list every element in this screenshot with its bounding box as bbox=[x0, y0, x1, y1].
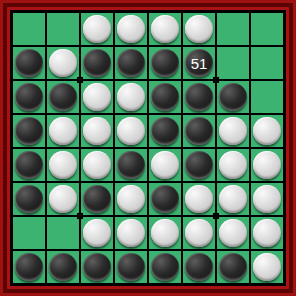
cell-h2[interactable] bbox=[250, 46, 284, 80]
black-disc-a8 bbox=[15, 253, 43, 281]
white-disc-f1 bbox=[185, 15, 213, 43]
cell-d4[interactable] bbox=[114, 114, 148, 148]
white-disc-c4 bbox=[83, 117, 111, 145]
cell-b7[interactable] bbox=[46, 216, 80, 250]
cell-e1[interactable] bbox=[148, 12, 182, 46]
white-disc-c1 bbox=[83, 15, 111, 43]
cell-b2[interactable] bbox=[46, 46, 80, 80]
white-disc-d1 bbox=[117, 15, 145, 43]
cell-f8[interactable] bbox=[182, 250, 216, 284]
black-disc-b8 bbox=[49, 253, 77, 281]
cell-a8[interactable] bbox=[12, 250, 46, 284]
cell-c3[interactable] bbox=[80, 80, 114, 114]
star-point bbox=[77, 77, 83, 83]
black-disc-c8 bbox=[83, 253, 111, 281]
cell-h1[interactable] bbox=[250, 12, 284, 46]
cell-b3[interactable] bbox=[46, 80, 80, 114]
black-disc-f3 bbox=[185, 83, 213, 111]
black-disc-a6 bbox=[15, 185, 43, 213]
cell-c5[interactable] bbox=[80, 148, 114, 182]
othello-app: 51 bbox=[0, 0, 296, 296]
cell-e6[interactable] bbox=[148, 182, 182, 216]
cell-h4[interactable] bbox=[250, 114, 284, 148]
cell-e5[interactable] bbox=[148, 148, 182, 182]
cell-b4[interactable] bbox=[46, 114, 80, 148]
cell-g5[interactable] bbox=[216, 148, 250, 182]
white-disc-h6 bbox=[253, 185, 281, 213]
cell-a3[interactable] bbox=[12, 80, 46, 114]
black-disc-e8 bbox=[151, 253, 179, 281]
cell-c8[interactable] bbox=[80, 250, 114, 284]
white-disc-h7 bbox=[253, 219, 281, 247]
cell-c4[interactable] bbox=[80, 114, 114, 148]
cell-g3[interactable] bbox=[216, 80, 250, 114]
cell-f1[interactable] bbox=[182, 12, 216, 46]
black-disc-a3 bbox=[15, 83, 43, 111]
cell-c2[interactable] bbox=[80, 46, 114, 80]
cell-f4[interactable] bbox=[182, 114, 216, 148]
white-disc-d6 bbox=[117, 185, 145, 213]
black-disc-e2 bbox=[151, 49, 179, 77]
star-point bbox=[213, 213, 219, 219]
cell-a6[interactable] bbox=[12, 182, 46, 216]
board-frame-outer: 51 bbox=[0, 0, 296, 296]
cell-d1[interactable] bbox=[114, 12, 148, 46]
black-disc-a2 bbox=[15, 49, 43, 77]
cell-h5[interactable] bbox=[250, 148, 284, 182]
cell-c7[interactable] bbox=[80, 216, 114, 250]
cell-b5[interactable] bbox=[46, 148, 80, 182]
white-disc-g4 bbox=[219, 117, 247, 145]
cell-a5[interactable] bbox=[12, 148, 46, 182]
white-disc-h4 bbox=[253, 117, 281, 145]
star-point bbox=[77, 213, 83, 219]
white-disc-h8 bbox=[253, 253, 281, 281]
black-disc-g8 bbox=[219, 253, 247, 281]
white-disc-f7 bbox=[185, 219, 213, 247]
white-disc-g7 bbox=[219, 219, 247, 247]
cell-d3[interactable] bbox=[114, 80, 148, 114]
cell-e2[interactable] bbox=[148, 46, 182, 80]
black-disc-e3 bbox=[151, 83, 179, 111]
star-point bbox=[213, 77, 219, 83]
cell-b8[interactable] bbox=[46, 250, 80, 284]
board-frame-middle: 51 bbox=[3, 3, 293, 293]
cell-b1[interactable] bbox=[46, 12, 80, 46]
cell-e4[interactable] bbox=[148, 114, 182, 148]
cell-a4[interactable] bbox=[12, 114, 46, 148]
cell-h3[interactable] bbox=[250, 80, 284, 114]
white-disc-c7 bbox=[83, 219, 111, 247]
black-disc-f5 bbox=[185, 151, 213, 179]
cell-g6[interactable] bbox=[216, 182, 250, 216]
white-disc-d4 bbox=[117, 117, 145, 145]
cell-e3[interactable] bbox=[148, 80, 182, 114]
black-disc-c6 bbox=[83, 185, 111, 213]
black-disc-a4 bbox=[15, 117, 43, 145]
cell-a7[interactable] bbox=[12, 216, 46, 250]
cell-f7[interactable] bbox=[182, 216, 216, 250]
cell-g2[interactable] bbox=[216, 46, 250, 80]
cell-c1[interactable] bbox=[80, 12, 114, 46]
white-disc-f6 bbox=[185, 185, 213, 213]
cell-h7[interactable] bbox=[250, 216, 284, 250]
cell-f2[interactable]: 51 bbox=[182, 46, 216, 80]
othello-board: 51 bbox=[10, 10, 286, 286]
cell-e7[interactable] bbox=[148, 216, 182, 250]
white-disc-b4 bbox=[49, 117, 77, 145]
black-disc-g3 bbox=[219, 83, 247, 111]
cell-f5[interactable] bbox=[182, 148, 216, 182]
black-disc-a5 bbox=[15, 151, 43, 179]
black-disc-e4 bbox=[151, 117, 179, 145]
black-disc-c2 bbox=[83, 49, 111, 77]
cell-d8[interactable] bbox=[114, 250, 148, 284]
cell-f6[interactable] bbox=[182, 182, 216, 216]
board-frame-inner: 51 bbox=[7, 7, 289, 289]
cell-e8[interactable] bbox=[148, 250, 182, 284]
white-disc-d7 bbox=[117, 219, 145, 247]
cell-c6[interactable] bbox=[80, 182, 114, 216]
black-disc-e6 bbox=[151, 185, 179, 213]
white-disc-e7 bbox=[151, 219, 179, 247]
cell-a2[interactable] bbox=[12, 46, 46, 80]
black-disc-d2 bbox=[117, 49, 145, 77]
white-disc-c3 bbox=[83, 83, 111, 111]
white-disc-b2 bbox=[49, 49, 77, 77]
white-disc-e1 bbox=[151, 15, 179, 43]
cell-f3[interactable] bbox=[182, 80, 216, 114]
cell-d2[interactable] bbox=[114, 46, 148, 80]
cell-g1[interactable] bbox=[216, 12, 250, 46]
cell-h6[interactable] bbox=[250, 182, 284, 216]
last-move-number-label: 51 bbox=[185, 49, 213, 77]
white-disc-g6 bbox=[219, 185, 247, 213]
white-disc-c5 bbox=[83, 151, 111, 179]
white-disc-b5 bbox=[49, 151, 77, 179]
white-disc-d3 bbox=[117, 83, 145, 111]
black-disc-d5 bbox=[117, 151, 145, 179]
black-disc-b3 bbox=[49, 83, 77, 111]
black-disc-f2: 51 bbox=[185, 49, 213, 77]
white-disc-b6 bbox=[49, 185, 77, 213]
cell-b6[interactable] bbox=[46, 182, 80, 216]
white-disc-g5 bbox=[219, 151, 247, 179]
white-disc-h5 bbox=[253, 151, 281, 179]
cell-d7[interactable] bbox=[114, 216, 148, 250]
cell-h8[interactable] bbox=[250, 250, 284, 284]
cell-a1[interactable] bbox=[12, 12, 46, 46]
cell-g4[interactable] bbox=[216, 114, 250, 148]
black-disc-d8 bbox=[117, 253, 145, 281]
cell-g8[interactable] bbox=[216, 250, 250, 284]
cell-d5[interactable] bbox=[114, 148, 148, 182]
black-disc-f8 bbox=[185, 253, 213, 281]
black-disc-f4 bbox=[185, 117, 213, 145]
white-disc-e5 bbox=[151, 151, 179, 179]
cell-d6[interactable] bbox=[114, 182, 148, 216]
cell-g7[interactable] bbox=[216, 216, 250, 250]
